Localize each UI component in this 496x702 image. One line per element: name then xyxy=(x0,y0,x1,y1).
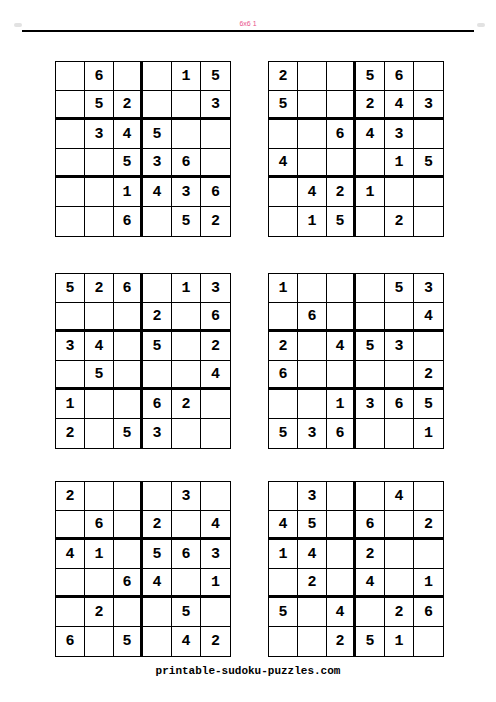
board5-cell-r3c6: 3 xyxy=(201,540,230,569)
board5-cell-r4c5 xyxy=(172,569,201,598)
board2-cell-r2c5: 4 xyxy=(385,91,414,120)
board4-cell-r1c6: 3 xyxy=(414,274,443,303)
board5-cell-r6c4 xyxy=(143,627,172,656)
board6-cell-r1c4 xyxy=(356,482,385,511)
board3-cell-r3c2: 4 xyxy=(85,332,114,361)
board5-cell-r1c5: 3 xyxy=(172,482,201,511)
board4-cell-r2c2: 6 xyxy=(298,303,327,332)
board4-cell-r4c4 xyxy=(356,361,385,390)
board1-cell-r6c2 xyxy=(85,207,114,236)
board3-cell-r6c1: 2 xyxy=(56,419,85,448)
board6-cell-r3c6 xyxy=(414,540,443,569)
board3-cell-r6c4: 3 xyxy=(143,419,172,448)
board1-cell-r2c4 xyxy=(143,91,172,120)
board5-cell-r2c4: 2 xyxy=(143,511,172,540)
board3-cell-r6c5 xyxy=(172,419,201,448)
board2-cell-r5c5 xyxy=(385,178,414,207)
board6-cell-r4c1 xyxy=(269,569,298,598)
board4-cell-r2c5 xyxy=(385,303,414,332)
board6-cell-r5c4 xyxy=(356,598,385,627)
board6-cell-r1c3 xyxy=(327,482,356,511)
board6-cell-r6c6 xyxy=(414,627,443,656)
board1-cell-r3c4: 5 xyxy=(143,120,172,149)
board4-cell-r5c2 xyxy=(298,390,327,419)
board1-cell-r1c2: 6 xyxy=(85,62,114,91)
board5-cell-r6c2 xyxy=(85,627,114,656)
board6-cell-r3c1: 1 xyxy=(269,540,298,569)
board2-cell-r3c2 xyxy=(298,120,327,149)
board2-cell-r2c4: 2 xyxy=(356,91,385,120)
board3-cell-r3c6: 2 xyxy=(201,332,230,361)
board3-cell-r3c3 xyxy=(114,332,143,361)
board5-cell-r1c4 xyxy=(143,482,172,511)
board5-cell-r2c6: 4 xyxy=(201,511,230,540)
board4-cell-r3c4: 5 xyxy=(356,332,385,361)
board2-cell-r4c2 xyxy=(298,149,327,178)
board2-cell-r4c4 xyxy=(356,149,385,178)
board3-cell-r1c3: 6 xyxy=(114,274,143,303)
board3-cell-r2c4: 2 xyxy=(143,303,172,332)
board3-cell-r4c6: 4 xyxy=(201,361,230,390)
board1-cell-r3c1 xyxy=(56,120,85,149)
board2-cell-r4c1: 4 xyxy=(269,149,298,178)
board6-cell-r1c1 xyxy=(269,482,298,511)
board2-cell-r1c2 xyxy=(298,62,327,91)
board3-cell-r1c4 xyxy=(143,274,172,303)
board5-cell-r1c3 xyxy=(114,482,143,511)
board2-cell-r4c3 xyxy=(327,149,356,178)
board4-cell-r2c4 xyxy=(356,303,385,332)
board2-cell-r6c2: 1 xyxy=(298,207,327,236)
board2-cell-r6c5: 2 xyxy=(385,207,414,236)
board2-cell-r3c6 xyxy=(414,120,443,149)
board3-cell-r2c2 xyxy=(85,303,114,332)
board6-cell-r2c2: 5 xyxy=(298,511,327,540)
board3-cell-r6c3: 5 xyxy=(114,419,143,448)
board5-cell-r3c2: 1 xyxy=(85,540,114,569)
board2-cell-r4c5: 1 xyxy=(385,149,414,178)
board4-cell-r1c4 xyxy=(356,274,385,303)
board1-cell-r1c6: 5 xyxy=(201,62,230,91)
board2-cell-r6c1 xyxy=(269,207,298,236)
board5-cell-r2c3 xyxy=(114,511,143,540)
board6-cell-r5c3: 4 xyxy=(327,598,356,627)
board4-cell-r1c5: 5 xyxy=(385,274,414,303)
board5-cell-r2c5 xyxy=(172,511,201,540)
board1-cell-r4c3: 5 xyxy=(114,149,143,178)
board4-cell-r4c2 xyxy=(298,361,327,390)
sudoku-board-2: 2565243643415421152 xyxy=(268,61,444,237)
board3-cell-r4c3 xyxy=(114,361,143,390)
board6-cell-r5c2 xyxy=(298,598,327,627)
board4-cell-r5c5: 6 xyxy=(385,390,414,419)
board4-cell-r3c1: 2 xyxy=(269,332,298,361)
board2-cell-r3c4: 4 xyxy=(356,120,385,149)
board2-cell-r5c4: 1 xyxy=(356,178,385,207)
footer-site-url: printable-sudoku-puzzles.com xyxy=(0,665,496,677)
board4-cell-r4c3 xyxy=(327,361,356,390)
board5-cell-r3c5: 6 xyxy=(172,540,201,569)
board2-cell-r2c1: 5 xyxy=(269,91,298,120)
board5-cell-r4c1 xyxy=(56,569,85,598)
board5-cell-r6c3: 5 xyxy=(114,627,143,656)
board3-cell-r6c6 xyxy=(201,419,230,448)
board4-cell-r4c6: 2 xyxy=(414,361,443,390)
board2-cell-r1c4: 5 xyxy=(356,62,385,91)
board5-cell-r4c4: 4 xyxy=(143,569,172,598)
board4-cell-r1c2 xyxy=(298,274,327,303)
header-rule xyxy=(22,30,474,32)
board6-cell-r4c5 xyxy=(385,569,414,598)
board1-cell-r6c1 xyxy=(56,207,85,236)
board1-cell-r1c5: 1 xyxy=(172,62,201,91)
board6-cell-r4c2: 2 xyxy=(298,569,327,598)
board3-cell-r3c1: 3 xyxy=(56,332,85,361)
board6-cell-r1c2: 3 xyxy=(298,482,327,511)
board2-cell-r6c6 xyxy=(414,207,443,236)
board2-cell-r3c5: 3 xyxy=(385,120,414,149)
board1-cell-r1c1 xyxy=(56,62,85,91)
board1-cell-r1c4 xyxy=(143,62,172,91)
board4-cell-r2c6: 4 xyxy=(414,303,443,332)
board6-cell-r3c5 xyxy=(385,540,414,569)
board6-cell-r6c1 xyxy=(269,627,298,656)
board6-cell-r2c1: 4 xyxy=(269,511,298,540)
board1-cell-r3c2: 3 xyxy=(85,120,114,149)
sudoku-board-1: 6155233455361436652 xyxy=(55,61,231,237)
board3-cell-r3c4: 5 xyxy=(143,332,172,361)
board3-cell-r2c6: 6 xyxy=(201,303,230,332)
board3-cell-r2c5 xyxy=(172,303,201,332)
board6-cell-r3c4: 2 xyxy=(356,540,385,569)
board6-cell-r1c6 xyxy=(414,482,443,511)
board6-cell-r5c1: 5 xyxy=(269,598,298,627)
board6-cell-r3c3 xyxy=(327,540,356,569)
board4-cell-r6c6: 1 xyxy=(414,419,443,448)
board1-cell-r2c5 xyxy=(172,91,201,120)
board3-cell-r4c2: 5 xyxy=(85,361,114,390)
board4-cell-r5c3: 1 xyxy=(327,390,356,419)
board2-cell-r2c6: 3 xyxy=(414,91,443,120)
page-header-title: 6x6 1 xyxy=(0,20,496,27)
board5-cell-r5c4 xyxy=(143,598,172,627)
board3-cell-r5c5: 2 xyxy=(172,390,201,419)
board1-cell-r5c5: 3 xyxy=(172,178,201,207)
board1-cell-r5c4: 4 xyxy=(143,178,172,207)
board3-cell-r5c3 xyxy=(114,390,143,419)
board1-cell-r2c1 xyxy=(56,91,85,120)
board4-cell-r5c1 xyxy=(269,390,298,419)
board6-cell-r2c4: 6 xyxy=(356,511,385,540)
board4-cell-r3c2 xyxy=(298,332,327,361)
board2-cell-r5c2: 4 xyxy=(298,178,327,207)
board5-cell-r5c3 xyxy=(114,598,143,627)
board3-cell-r1c6: 3 xyxy=(201,274,230,303)
board5-cell-r2c1 xyxy=(56,511,85,540)
board2-cell-r1c5: 6 xyxy=(385,62,414,91)
board4-cell-r1c1: 1 xyxy=(269,274,298,303)
board4-cell-r3c3: 4 xyxy=(327,332,356,361)
board5-cell-r4c2 xyxy=(85,569,114,598)
board2-cell-r6c4 xyxy=(356,207,385,236)
board2-cell-r1c1: 2 xyxy=(269,62,298,91)
board1-cell-r4c4: 3 xyxy=(143,149,172,178)
board2-cell-r5c6 xyxy=(414,178,443,207)
board3-cell-r1c5: 1 xyxy=(172,274,201,303)
board6-cell-r6c5: 1 xyxy=(385,627,414,656)
board1-cell-r5c3: 1 xyxy=(114,178,143,207)
board6-cell-r2c3 xyxy=(327,511,356,540)
faint-mark-right xyxy=(477,23,485,27)
board4-cell-r2c3 xyxy=(327,303,356,332)
board1-cell-r3c6 xyxy=(201,120,230,149)
board4-cell-r4c5 xyxy=(385,361,414,390)
board4-cell-r6c5 xyxy=(385,419,414,448)
board2-cell-r3c3: 6 xyxy=(327,120,356,149)
board4-cell-r6c3: 6 xyxy=(327,419,356,448)
board5-cell-r4c3: 6 xyxy=(114,569,143,598)
board4-cell-r5c6: 5 xyxy=(414,390,443,419)
board3-cell-r1c1: 5 xyxy=(56,274,85,303)
board1-cell-r6c5: 5 xyxy=(172,207,201,236)
board3-cell-r4c4 xyxy=(143,361,172,390)
board1-cell-r4c2 xyxy=(85,149,114,178)
board2-cell-r5c1 xyxy=(269,178,298,207)
board2-cell-r1c3 xyxy=(327,62,356,91)
board5-cell-r5c1 xyxy=(56,598,85,627)
board3-cell-r3c5 xyxy=(172,332,201,361)
board3-cell-r5c6 xyxy=(201,390,230,419)
board1-cell-r4c1 xyxy=(56,149,85,178)
printable-sudoku-page: 6x6 1 6155233455361436652256524364341542… xyxy=(0,0,496,702)
board6-cell-r2c6: 2 xyxy=(414,511,443,540)
board6-cell-r6c2 xyxy=(298,627,327,656)
board5-cell-r5c5: 5 xyxy=(172,598,201,627)
board3-cell-r6c2 xyxy=(85,419,114,448)
board5-cell-r6c6: 2 xyxy=(201,627,230,656)
board6-cell-r4c3 xyxy=(327,569,356,598)
board2-cell-r5c3: 2 xyxy=(327,178,356,207)
board1-cell-r2c3: 2 xyxy=(114,91,143,120)
board1-cell-r4c5: 6 xyxy=(172,149,201,178)
board1-cell-r6c6: 2 xyxy=(201,207,230,236)
board3-cell-r5c4: 6 xyxy=(143,390,172,419)
board6-cell-r5c6: 6 xyxy=(414,598,443,627)
board4-cell-r5c4: 3 xyxy=(356,390,385,419)
board5-cell-r6c5: 4 xyxy=(172,627,201,656)
board3-cell-r5c1: 1 xyxy=(56,390,85,419)
board4-cell-r6c4 xyxy=(356,419,385,448)
board4-cell-r2c1 xyxy=(269,303,298,332)
board6-cell-r4c6: 1 xyxy=(414,569,443,598)
board2-cell-r2c2 xyxy=(298,91,327,120)
board5-cell-r5c2: 2 xyxy=(85,598,114,627)
board2-cell-r2c3 xyxy=(327,91,356,120)
board1-cell-r6c3: 6 xyxy=(114,207,143,236)
board3-cell-r2c3 xyxy=(114,303,143,332)
board6-cell-r4c4: 4 xyxy=(356,569,385,598)
board1-cell-r5c1 xyxy=(56,178,85,207)
board4-cell-r6c2: 3 xyxy=(298,419,327,448)
board2-cell-r4c6: 5 xyxy=(414,149,443,178)
board6-cell-r3c2: 4 xyxy=(298,540,327,569)
board6-cell-r1c5: 4 xyxy=(385,482,414,511)
board1-cell-r4c6 xyxy=(201,149,230,178)
board4-cell-r6c1: 5 xyxy=(269,419,298,448)
board6-cell-r5c5: 2 xyxy=(385,598,414,627)
board5-cell-r3c1: 4 xyxy=(56,540,85,569)
board3-cell-r4c5 xyxy=(172,361,201,390)
board5-cell-r3c3 xyxy=(114,540,143,569)
board5-cell-r2c2: 6 xyxy=(85,511,114,540)
board5-cell-r1c2 xyxy=(85,482,114,511)
board1-cell-r5c6: 6 xyxy=(201,178,230,207)
board2-cell-r1c6 xyxy=(414,62,443,91)
board3-cell-r2c1 xyxy=(56,303,85,332)
board5-cell-r1c1: 2 xyxy=(56,482,85,511)
board3-cell-r5c2 xyxy=(85,390,114,419)
board1-cell-r3c5 xyxy=(172,120,201,149)
board4-cell-r1c3 xyxy=(327,274,356,303)
board1-cell-r6c4 xyxy=(143,207,172,236)
board4-cell-r3c6 xyxy=(414,332,443,361)
board5-cell-r3c4: 5 xyxy=(143,540,172,569)
board3-cell-r4c1 xyxy=(56,361,85,390)
board5-cell-r4c6: 1 xyxy=(201,569,230,598)
board4-cell-r3c5: 3 xyxy=(385,332,414,361)
board6-cell-r2c5 xyxy=(385,511,414,540)
board2-cell-r6c3: 5 xyxy=(327,207,356,236)
board6-cell-r6c3: 2 xyxy=(327,627,356,656)
board4-cell-r4c1: 6 xyxy=(269,361,298,390)
board6-cell-r6c4: 5 xyxy=(356,627,385,656)
board5-cell-r1c6 xyxy=(201,482,230,511)
board1-cell-r3c3: 4 xyxy=(114,120,143,149)
board2-cell-r3c1 xyxy=(269,120,298,149)
board5-cell-r5c6 xyxy=(201,598,230,627)
sudoku-board-6: 3445621422415426251 xyxy=(268,481,444,657)
sudoku-board-5: 2362441563641256542 xyxy=(55,481,231,657)
board1-cell-r2c2: 5 xyxy=(85,91,114,120)
board1-cell-r5c2 xyxy=(85,178,114,207)
board1-cell-r1c3 xyxy=(114,62,143,91)
board3-cell-r1c2: 2 xyxy=(85,274,114,303)
sudoku-board-4: 1536424536213655361 xyxy=(268,273,444,449)
board1-cell-r2c6: 3 xyxy=(201,91,230,120)
sudoku-board-3: 5261326345254162253 xyxy=(55,273,231,449)
board5-cell-r6c1: 6 xyxy=(56,627,85,656)
